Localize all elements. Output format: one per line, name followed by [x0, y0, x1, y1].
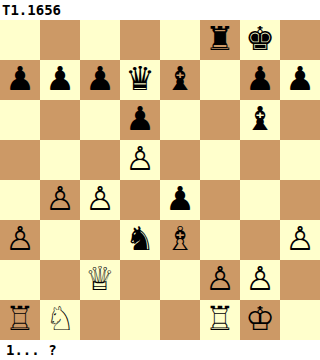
square-c7[interactable]: ♟ — [80, 60, 120, 100]
square-c4[interactable]: ♙ — [80, 180, 120, 220]
square-f2[interactable]: ♙ — [200, 260, 240, 300]
black-pawn-a7: ♟ — [5, 59, 35, 99]
square-d7[interactable]: ♛ — [120, 60, 160, 100]
black-rook-f8: ♜ — [205, 19, 235, 59]
square-g2[interactable]: ♙ — [240, 260, 280, 300]
square-e1[interactable] — [160, 300, 200, 340]
black-pawn-c7: ♟ — [85, 59, 115, 99]
white-rook-a1: ♖ — [5, 299, 35, 339]
white-knight-b1: ♘ — [45, 299, 75, 339]
square-g8[interactable]: ♚ — [240, 20, 280, 60]
title-bar: T1.1656 — [0, 0, 320, 20]
chess-puzzle-page: T1.1656 ♜♚♟♟♟♛♝♟♟♟♝♙♙♙♟♙♞♗♙♕♙♙♖♘♖♔ 1... … — [0, 0, 320, 360]
square-h5[interactable] — [280, 140, 320, 180]
black-bishop-g6: ♝ — [245, 99, 275, 139]
white-bishop-e3: ♗ — [165, 219, 195, 259]
square-f5[interactable] — [200, 140, 240, 180]
square-e8[interactable] — [160, 20, 200, 60]
square-h3[interactable]: ♙ — [280, 220, 320, 260]
square-g7[interactable]: ♟ — [240, 60, 280, 100]
black-knight-d3: ♞ — [125, 219, 155, 259]
black-queen-d7: ♛ — [125, 59, 155, 99]
square-a1[interactable]: ♖ — [0, 300, 40, 340]
square-c2[interactable]: ♕ — [80, 260, 120, 300]
square-c1[interactable] — [80, 300, 120, 340]
move-prompt: 1... ? — [6, 340, 57, 360]
square-a5[interactable] — [0, 140, 40, 180]
white-pawn-g2: ♙ — [245, 259, 275, 299]
black-pawn-b7: ♟ — [45, 59, 75, 99]
square-b3[interactable] — [40, 220, 80, 260]
square-d2[interactable] — [120, 260, 160, 300]
square-e5[interactable] — [160, 140, 200, 180]
square-e4[interactable]: ♟ — [160, 180, 200, 220]
black-bishop-e7: ♝ — [165, 59, 195, 99]
square-c3[interactable] — [80, 220, 120, 260]
square-d4[interactable] — [120, 180, 160, 220]
square-b8[interactable] — [40, 20, 80, 60]
square-b6[interactable] — [40, 100, 80, 140]
square-a4[interactable] — [0, 180, 40, 220]
square-b2[interactable] — [40, 260, 80, 300]
square-a3[interactable]: ♙ — [0, 220, 40, 260]
white-rook-f1: ♖ — [205, 299, 235, 339]
square-f4[interactable] — [200, 180, 240, 220]
square-d3[interactable]: ♞ — [120, 220, 160, 260]
square-h6[interactable] — [280, 100, 320, 140]
square-f3[interactable] — [200, 220, 240, 260]
black-pawn-g7: ♟ — [245, 59, 275, 99]
square-a2[interactable] — [0, 260, 40, 300]
black-pawn-e4: ♟ — [165, 179, 195, 219]
square-d6[interactable]: ♟ — [120, 100, 160, 140]
square-e6[interactable] — [160, 100, 200, 140]
white-pawn-f2: ♙ — [205, 259, 235, 299]
square-d8[interactable] — [120, 20, 160, 60]
square-b5[interactable] — [40, 140, 80, 180]
square-a7[interactable]: ♟ — [0, 60, 40, 100]
board: ♜♚♟♟♟♛♝♟♟♟♝♙♙♙♟♙♞♗♙♕♙♙♖♘♖♔ — [0, 20, 320, 340]
puzzle-id: T1.1656 — [2, 0, 61, 20]
square-b1[interactable]: ♘ — [40, 300, 80, 340]
square-h4[interactable] — [280, 180, 320, 220]
square-g3[interactable] — [240, 220, 280, 260]
black-king-g8: ♚ — [245, 19, 275, 59]
square-e2[interactable] — [160, 260, 200, 300]
white-pawn-h3: ♙ — [285, 219, 315, 259]
white-pawn-b4: ♙ — [45, 179, 75, 219]
square-f1[interactable]: ♖ — [200, 300, 240, 340]
square-f7[interactable] — [200, 60, 240, 100]
square-c8[interactable] — [80, 20, 120, 60]
square-g4[interactable] — [240, 180, 280, 220]
square-a8[interactable] — [0, 20, 40, 60]
square-f8[interactable]: ♜ — [200, 20, 240, 60]
status-bar: 1... ? — [0, 340, 320, 360]
square-b7[interactable]: ♟ — [40, 60, 80, 100]
square-h2[interactable] — [280, 260, 320, 300]
square-g6[interactable]: ♝ — [240, 100, 280, 140]
square-h7[interactable]: ♟ — [280, 60, 320, 100]
square-g1[interactable]: ♔ — [240, 300, 280, 340]
square-c6[interactable] — [80, 100, 120, 140]
square-a6[interactable] — [0, 100, 40, 140]
white-king-g1: ♔ — [245, 299, 275, 339]
square-e3[interactable]: ♗ — [160, 220, 200, 260]
square-f6[interactable] — [200, 100, 240, 140]
square-b4[interactable]: ♙ — [40, 180, 80, 220]
square-e7[interactable]: ♝ — [160, 60, 200, 100]
white-pawn-a3: ♙ — [5, 219, 35, 259]
square-c5[interactable] — [80, 140, 120, 180]
square-h8[interactable] — [280, 20, 320, 60]
white-queen-c2: ♕ — [85, 259, 115, 299]
black-pawn-d6: ♟ — [125, 99, 155, 139]
square-h1[interactable] — [280, 300, 320, 340]
white-pawn-c4: ♙ — [85, 179, 115, 219]
white-pawn-d5: ♙ — [125, 139, 155, 179]
square-g5[interactable] — [240, 140, 280, 180]
square-d5[interactable]: ♙ — [120, 140, 160, 180]
square-d1[interactable] — [120, 300, 160, 340]
black-pawn-h7: ♟ — [285, 59, 315, 99]
